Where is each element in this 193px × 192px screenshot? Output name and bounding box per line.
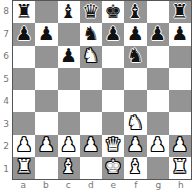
square-f3[interactable]: ♞ [124,112,146,134]
square-f1[interactable]: ♝ [124,157,146,179]
square-h6[interactable] [169,46,191,68]
black-rook-icon: ♜ [16,2,33,21]
file-label-a: a [12,180,35,192]
square-d1[interactable] [80,157,102,179]
square-e6[interactable] [102,46,124,68]
square-a3[interactable] [13,112,35,134]
square-g4[interactable] [147,90,169,112]
file-labels: abcdefgh [12,180,192,192]
square-h7[interactable]: ♟ [169,23,191,45]
square-h4[interactable] [169,90,191,112]
black-knight-icon: ♞ [82,24,99,43]
square-e1[interactable]: ♚ [102,157,124,179]
white-knight-icon: ♞ [127,113,144,132]
black-pawn-icon: ♟ [105,24,122,43]
black-rook-icon: ♜ [171,2,188,21]
square-a7[interactable]: ♟ [13,23,35,45]
file-label-f: f [125,180,148,192]
white-pawn-icon: ♟ [60,135,77,154]
black-pawn-icon: ♟ [171,24,188,43]
square-f5[interactable] [124,68,146,90]
square-g7[interactable]: ♟ [147,23,169,45]
white-pawn-icon: ♟ [127,135,144,154]
square-e8[interactable]: ♚ [102,1,124,23]
square-g1[interactable] [147,157,169,179]
white-king-icon: ♚ [105,157,122,176]
square-b7[interactable]: ♟ [35,23,57,45]
square-d4[interactable] [80,90,102,112]
rank-label-7: 7 [0,23,12,46]
file-label-h: h [170,180,193,192]
chess-diagram: 87654321 ♜♝♛♚♝♜♟♟♞♟♟♟♟♟♞♞♞♟♟♟♟♛♟♟♟♜♝♚♝♜ … [0,0,192,192]
square-e3[interactable] [102,112,124,134]
board: ♜♝♛♚♝♜♟♟♞♟♟♟♟♟♞♞♞♟♟♟♟♛♟♟♟♜♝♚♝♜ [12,0,192,180]
square-a5[interactable] [13,68,35,90]
square-a4[interactable] [13,90,35,112]
white-pawn-icon: ♟ [82,135,99,154]
black-pawn-icon: ♟ [127,24,144,43]
white-knight-icon: ♞ [82,46,99,65]
square-g3[interactable] [147,112,169,134]
rank-label-5: 5 [0,68,12,91]
square-e7[interactable]: ♟ [102,23,124,45]
rank-label-2: 2 [0,135,12,158]
white-pawn-icon: ♟ [16,135,33,154]
square-g6[interactable] [147,46,169,68]
rank-label-6: 6 [0,45,12,68]
square-a6[interactable] [13,46,35,68]
square-g8[interactable] [147,1,169,23]
square-b5[interactable] [35,68,57,90]
rank-labels: 87654321 [0,0,12,180]
square-h3[interactable] [169,112,191,134]
white-bishop-icon: ♝ [127,157,144,176]
white-pawn-icon: ♟ [149,135,166,154]
square-c1[interactable]: ♝ [58,157,80,179]
white-pawn-icon: ♟ [171,135,188,154]
file-label-g: g [147,180,170,192]
square-b1[interactable] [35,157,57,179]
square-h1[interactable]: ♜ [169,157,191,179]
square-f2[interactable]: ♟ [124,135,146,157]
square-d6[interactable]: ♞ [80,46,102,68]
square-d7[interactable]: ♞ [80,23,102,45]
white-rook-icon: ♜ [171,157,188,176]
square-c5[interactable] [58,68,80,90]
black-pawn-icon: ♟ [149,24,166,43]
file-label-b: b [35,180,58,192]
square-c7[interactable] [58,23,80,45]
square-d3[interactable] [80,112,102,134]
square-c3[interactable] [58,112,80,134]
rank-label-4: 4 [0,90,12,113]
square-e4[interactable] [102,90,124,112]
black-bishop-icon: ♝ [60,2,77,21]
white-rook-icon: ♜ [16,157,33,176]
square-c2[interactable]: ♟ [58,135,80,157]
file-label-c: c [57,180,80,192]
square-f4[interactable] [124,90,146,112]
square-d5[interactable] [80,68,102,90]
black-king-icon: ♚ [105,2,122,21]
square-d8[interactable]: ♛ [80,1,102,23]
square-h2[interactable]: ♟ [169,135,191,157]
square-a2[interactable]: ♟ [13,135,35,157]
square-e2[interactable]: ♛ [102,135,124,157]
square-f6[interactable]: ♞ [124,46,146,68]
square-h8[interactable]: ♜ [169,1,191,23]
square-b6[interactable] [35,46,57,68]
white-pawn-icon: ♟ [38,135,55,154]
square-b8[interactable] [35,1,57,23]
black-pawn-icon: ♟ [38,24,55,43]
square-c4[interactable] [58,90,80,112]
square-b2[interactable]: ♟ [35,135,57,157]
file-label-d: d [80,180,103,192]
file-label-e: e [102,180,125,192]
square-a1[interactable]: ♜ [13,157,35,179]
square-b4[interactable] [35,90,57,112]
square-f8[interactable]: ♝ [124,1,146,23]
square-f7[interactable]: ♟ [124,23,146,45]
square-g5[interactable] [147,68,169,90]
square-g2[interactable]: ♟ [147,135,169,157]
white-bishop-icon: ♝ [60,157,77,176]
square-a8[interactable]: ♜ [13,1,35,23]
square-e5[interactable] [102,68,124,90]
square-c8[interactable]: ♝ [58,1,80,23]
rank-label-8: 8 [0,0,12,23]
black-queen-icon: ♛ [82,2,99,21]
black-bishop-icon: ♝ [127,2,144,21]
black-pawn-icon: ♟ [60,46,77,65]
square-b3[interactable] [35,112,57,134]
rank-label-1: 1 [0,158,12,181]
square-d2[interactable]: ♟ [80,135,102,157]
square-h5[interactable] [169,68,191,90]
rank-label-3: 3 [0,113,12,136]
black-pawn-icon: ♟ [16,24,33,43]
black-knight-icon: ♞ [127,46,144,65]
white-queen-icon: ♛ [105,135,122,154]
square-c6[interactable]: ♟ [58,46,80,68]
